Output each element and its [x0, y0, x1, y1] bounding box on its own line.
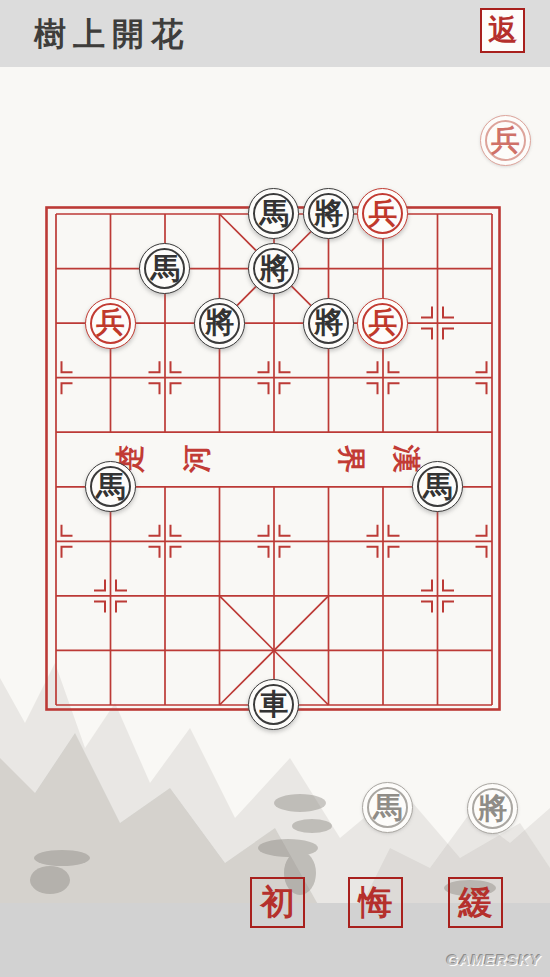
restart-button[interactable]: 初 [250, 877, 305, 928]
undo-button-label: 悔 [359, 880, 393, 926]
piece-label: 馬 [367, 787, 408, 828]
board-piece[interactable]: 將 [192, 296, 247, 351]
gamersky-watermark: GAMERSKY [446, 951, 541, 968]
captured-black-general[interactable]: 將 [467, 783, 518, 834]
captured-black-horse[interactable]: 馬 [362, 782, 413, 833]
piece-label: 馬 [417, 466, 458, 507]
piece-label: 將 [308, 303, 349, 344]
board-piece[interactable]: 將 [301, 296, 356, 351]
board-piece[interactable]: 將 [301, 187, 356, 242]
piece-label: 馬 [90, 466, 131, 507]
piece-label: 兵 [362, 303, 403, 344]
back-button[interactable]: 返 [480, 8, 525, 53]
hint-button[interactable]: 緩 [448, 877, 503, 928]
restart-button-label: 初 [261, 880, 295, 926]
back-button-label: 返 [488, 11, 517, 51]
board-piece[interactable]: 車 [247, 678, 302, 733]
piece-grid: 馬將兵馬將兵將將兵馬馬車 [29, 187, 520, 732]
piece-label: 車 [253, 684, 294, 725]
piece-label: 馬 [144, 248, 185, 289]
app-screen: 樹上開花 返 兵 楚 河 界 漢 馬將兵馬將兵將將兵馬馬車 馬 將 初 悔 緩 [0, 0, 550, 977]
captured-red-pawn[interactable]: 兵 [480, 115, 531, 166]
board-piece[interactable]: 將 [247, 241, 302, 296]
board-piece[interactable]: 兵 [83, 296, 138, 351]
board-piece[interactable]: 兵 [356, 187, 411, 242]
board-piece[interactable]: 馬 [410, 459, 465, 514]
piece-label: 將 [308, 193, 349, 234]
header-bar: 樹上開花 [0, 0, 550, 67]
piece-label: 將 [253, 248, 294, 289]
piece-label: 兵 [362, 193, 403, 234]
piece-label: 兵 [90, 303, 131, 344]
xiangqi-board[interactable]: 楚 河 界 漢 馬將兵馬將兵將將兵馬馬車 [45, 206, 501, 711]
board-piece[interactable]: 兵 [356, 296, 411, 351]
piece-label: 兵 [485, 120, 526, 161]
page-title: 樹上開花 [34, 13, 190, 57]
piece-label: 馬 [253, 193, 294, 234]
undo-button[interactable]: 悔 [348, 877, 403, 928]
board-piece[interactable]: 馬 [138, 241, 193, 296]
hint-button-label: 緩 [459, 880, 493, 926]
piece-label: 將 [472, 788, 513, 829]
board-piece[interactable]: 馬 [83, 459, 138, 514]
piece-label: 將 [199, 303, 240, 344]
board-piece[interactable]: 馬 [247, 187, 302, 242]
